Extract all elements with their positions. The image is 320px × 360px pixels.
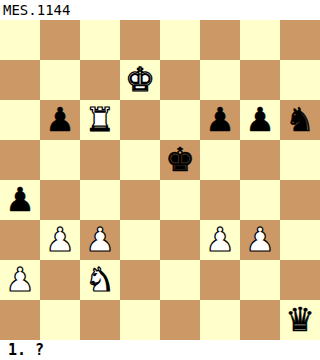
white-pawn: ♟ [5, 260, 35, 300]
square-c5[interactable] [80, 140, 120, 180]
square-c1[interactable] [80, 300, 120, 340]
square-a5[interactable] [0, 140, 40, 180]
black-pawn: ♟ [205, 100, 235, 140]
square-h5[interactable] [280, 140, 320, 180]
square-e7[interactable] [160, 60, 200, 100]
square-b6[interactable]: ♟ [40, 100, 80, 140]
square-e2[interactable] [160, 260, 200, 300]
square-f7[interactable] [200, 60, 240, 100]
square-h6[interactable]: ♞ [280, 100, 320, 140]
square-a6[interactable] [0, 100, 40, 140]
square-e5[interactable]: ♚ [160, 140, 200, 180]
square-c4[interactable] [80, 180, 120, 220]
chess-puzzle-window: MES.1144 ♚♟♜♟♟♞♚♟♟♟♟♟♟♞♛ 1. ? [0, 0, 320, 360]
square-a7[interactable] [0, 60, 40, 100]
square-b1[interactable] [40, 300, 80, 340]
square-f6[interactable]: ♟ [200, 100, 240, 140]
square-h2[interactable] [280, 260, 320, 300]
black-pawn: ♟ [45, 100, 75, 140]
square-a3[interactable] [0, 220, 40, 260]
square-f1[interactable] [200, 300, 240, 340]
square-h7[interactable] [280, 60, 320, 100]
square-h3[interactable] [280, 220, 320, 260]
square-h8[interactable] [280, 20, 320, 60]
white-pawn: ♟ [85, 220, 115, 260]
square-c2[interactable]: ♞ [80, 260, 120, 300]
square-d1[interactable] [120, 300, 160, 340]
square-h4[interactable] [280, 180, 320, 220]
square-g7[interactable] [240, 60, 280, 100]
square-c8[interactable] [80, 20, 120, 60]
black-knight: ♞ [285, 100, 315, 140]
square-g6[interactable]: ♟ [240, 100, 280, 140]
black-king: ♚ [165, 140, 195, 180]
puzzle-id: MES.1144 [0, 0, 320, 20]
square-b2[interactable] [40, 260, 80, 300]
chess-board: ♚♟♜♟♟♞♚♟♟♟♟♟♟♞♛ [0, 20, 320, 340]
square-f4[interactable] [200, 180, 240, 220]
square-a2[interactable]: ♟ [0, 260, 40, 300]
square-b7[interactable] [40, 60, 80, 100]
square-e1[interactable] [160, 300, 200, 340]
square-c7[interactable] [80, 60, 120, 100]
square-e8[interactable] [160, 20, 200, 60]
square-d4[interactable] [120, 180, 160, 220]
black-pawn: ♟ [245, 100, 275, 140]
square-e3[interactable] [160, 220, 200, 260]
square-c3[interactable]: ♟ [80, 220, 120, 260]
white-rook: ♜ [85, 100, 115, 140]
square-d3[interactable] [120, 220, 160, 260]
square-a8[interactable] [0, 20, 40, 60]
square-f3[interactable]: ♟ [200, 220, 240, 260]
square-e6[interactable] [160, 100, 200, 140]
square-f5[interactable] [200, 140, 240, 180]
square-d6[interactable] [120, 100, 160, 140]
white-pawn: ♟ [245, 220, 275, 260]
square-g5[interactable] [240, 140, 280, 180]
square-g3[interactable]: ♟ [240, 220, 280, 260]
square-g1[interactable] [240, 300, 280, 340]
square-b3[interactable]: ♟ [40, 220, 80, 260]
square-d5[interactable] [120, 140, 160, 180]
square-g8[interactable] [240, 20, 280, 60]
black-queen: ♛ [285, 300, 315, 340]
square-b4[interactable] [40, 180, 80, 220]
square-h1[interactable]: ♛ [280, 300, 320, 340]
square-a4[interactable]: ♟ [0, 180, 40, 220]
white-pawn: ♟ [205, 220, 235, 260]
square-c6[interactable]: ♜ [80, 100, 120, 140]
black-pawn: ♟ [5, 180, 35, 220]
square-b8[interactable] [40, 20, 80, 60]
square-b5[interactable] [40, 140, 80, 180]
square-d7[interactable]: ♚ [120, 60, 160, 100]
square-f8[interactable] [200, 20, 240, 60]
white-pawn: ♟ [45, 220, 75, 260]
square-e4[interactable] [160, 180, 200, 220]
square-d2[interactable] [120, 260, 160, 300]
square-f2[interactable] [200, 260, 240, 300]
move-prompt: 1. ? [0, 340, 320, 360]
square-g4[interactable] [240, 180, 280, 220]
square-a1[interactable] [0, 300, 40, 340]
square-g2[interactable] [240, 260, 280, 300]
white-knight: ♞ [85, 260, 115, 300]
square-d8[interactable] [120, 20, 160, 60]
white-king: ♚ [125, 60, 155, 100]
